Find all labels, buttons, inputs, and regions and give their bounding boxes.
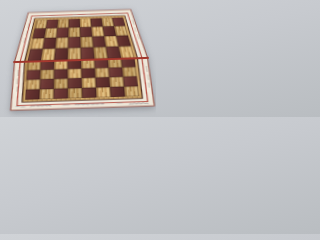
square-e8[interactable] <box>80 18 92 27</box>
wood-frame-top-half <box>24 15 138 61</box>
square-a3[interactable] <box>26 70 40 80</box>
board-grid-bottom-half <box>25 58 139 100</box>
square-b7[interactable] <box>44 28 57 38</box>
square-f8[interactable] <box>91 18 103 27</box>
square-c7[interactable] <box>56 28 68 38</box>
handwritten-signature-center <box>74 101 105 107</box>
bottom-border-date-mark <box>62 103 70 107</box>
right-border-inscription-bottom-half <box>143 65 152 89</box>
bottom-border-small-mark <box>116 102 124 106</box>
square-e7[interactable] <box>80 27 92 37</box>
handwritten-signature-left <box>30 102 53 108</box>
chessboard <box>0 0 156 117</box>
square-h7[interactable] <box>114 26 128 36</box>
square-d2[interactable] <box>68 78 82 88</box>
square-c6[interactable] <box>55 37 68 48</box>
square-h2[interactable] <box>123 76 138 86</box>
square-a2[interactable] <box>26 80 40 90</box>
square-d7[interactable] <box>68 27 80 37</box>
square-e1[interactable] <box>82 88 97 99</box>
square-h3[interactable] <box>122 67 137 77</box>
square-c3[interactable] <box>54 69 68 79</box>
board-half-top <box>14 9 148 62</box>
square-c8[interactable] <box>57 19 69 28</box>
square-d1[interactable] <box>68 88 82 99</box>
bottom-border-inscription-far-left <box>15 104 26 108</box>
square-c1[interactable] <box>54 88 68 99</box>
square-b6[interactable] <box>43 38 57 49</box>
wood-frame-bottom-half <box>21 58 143 103</box>
square-b8[interactable] <box>46 19 58 28</box>
square-a7[interactable] <box>32 28 45 38</box>
square-d3[interactable] <box>68 69 82 79</box>
handwritten-signature-right <box>128 100 150 106</box>
square-e2[interactable] <box>82 78 96 88</box>
square-d6[interactable] <box>68 37 81 48</box>
square-g3[interactable] <box>109 67 124 77</box>
square-h8[interactable] <box>112 17 125 26</box>
square-h1[interactable] <box>124 86 139 97</box>
square-b1[interactable] <box>39 89 53 100</box>
square-g1[interactable] <box>110 87 125 98</box>
board-half-bottom <box>10 57 155 110</box>
square-f1[interactable] <box>96 87 111 98</box>
square-a1[interactable] <box>25 89 40 100</box>
square-f2[interactable] <box>95 77 110 87</box>
square-f3[interactable] <box>95 68 109 78</box>
photo-backdrop: { "game": { "name": "chess / checkers (d… <box>0 0 156 117</box>
square-c2[interactable] <box>54 79 68 89</box>
square-h6[interactable] <box>116 35 131 46</box>
left-border-inscription-bottom-half <box>14 69 22 93</box>
square-g2[interactable] <box>109 77 124 87</box>
square-e6[interactable] <box>80 36 93 47</box>
square-g7[interactable] <box>103 26 116 36</box>
square-b2[interactable] <box>40 79 54 89</box>
board-grid-top-half <box>27 17 134 61</box>
square-d8[interactable] <box>69 19 80 28</box>
